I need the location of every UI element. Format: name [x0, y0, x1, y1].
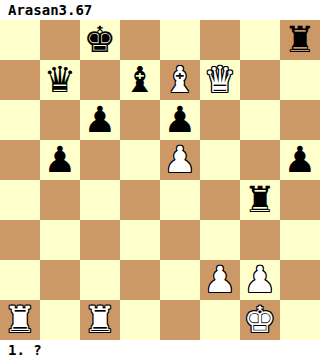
square-g1[interactable]: ♚︎	[240, 300, 280, 340]
piece-bP-e6[interactable]: ♟︎	[164, 100, 196, 140]
square-e4[interactable]	[160, 180, 200, 220]
square-c1[interactable]: ♜︎	[80, 300, 120, 340]
square-h5[interactable]: ♟︎	[280, 140, 320, 180]
square-b7[interactable]: ♛︎	[40, 60, 80, 100]
piece-bK-c8[interactable]: ♚︎	[84, 20, 116, 60]
square-e6[interactable]: ♟︎	[160, 100, 200, 140]
square-a7[interactable]	[0, 60, 40, 100]
square-c7[interactable]	[80, 60, 120, 100]
square-d6[interactable]	[120, 100, 160, 140]
square-g5[interactable]	[240, 140, 280, 180]
piece-wB-e7[interactable]: ♝︎	[164, 60, 196, 100]
piece-wQ-f7[interactable]: ♛︎	[204, 60, 236, 100]
square-a4[interactable]	[0, 180, 40, 220]
xboard-window: Arasan3.67 ♚︎♜︎♛︎♝︎♝︎♛︎♟︎♟︎♟︎♟︎♟︎♜︎♟︎♟︎♜…	[0, 0, 320, 360]
piece-wP-e5[interactable]: ♟︎	[164, 140, 196, 180]
square-d4[interactable]	[120, 180, 160, 220]
square-d2[interactable]	[120, 260, 160, 300]
square-f3[interactable]	[200, 220, 240, 260]
square-d5[interactable]	[120, 140, 160, 180]
square-h3[interactable]	[280, 220, 320, 260]
square-g7[interactable]	[240, 60, 280, 100]
square-g3[interactable]	[240, 220, 280, 260]
square-h7[interactable]	[280, 60, 320, 100]
piece-wP-g2[interactable]: ♟︎	[244, 260, 276, 300]
square-c3[interactable]	[80, 220, 120, 260]
square-f6[interactable]	[200, 100, 240, 140]
square-f5[interactable]	[200, 140, 240, 180]
window-title: Arasan3.67	[0, 0, 320, 20]
square-b8[interactable]	[40, 20, 80, 60]
square-d8[interactable]	[120, 20, 160, 60]
square-a3[interactable]	[0, 220, 40, 260]
piece-wP-f2[interactable]: ♟︎	[204, 260, 236, 300]
square-h8[interactable]: ♜︎	[280, 20, 320, 60]
square-e1[interactable]	[160, 300, 200, 340]
square-b2[interactable]	[40, 260, 80, 300]
piece-wK-g1[interactable]: ♚︎	[244, 300, 276, 340]
piece-wR-a1[interactable]: ♜︎	[4, 300, 36, 340]
square-f1[interactable]	[200, 300, 240, 340]
square-h1[interactable]	[280, 300, 320, 340]
square-b1[interactable]	[40, 300, 80, 340]
square-c6[interactable]: ♟︎	[80, 100, 120, 140]
piece-bR-g4[interactable]: ♜︎	[244, 180, 276, 220]
square-h2[interactable]	[280, 260, 320, 300]
square-b3[interactable]	[40, 220, 80, 260]
square-a1[interactable]: ♜︎	[0, 300, 40, 340]
square-f7[interactable]: ♛︎	[200, 60, 240, 100]
piece-bP-b5[interactable]: ♟︎	[44, 140, 76, 180]
square-c2[interactable]	[80, 260, 120, 300]
square-a6[interactable]	[0, 100, 40, 140]
square-e3[interactable]	[160, 220, 200, 260]
square-f2[interactable]: ♟︎	[200, 260, 240, 300]
square-a2[interactable]	[0, 260, 40, 300]
square-g2[interactable]: ♟︎	[240, 260, 280, 300]
square-b6[interactable]	[40, 100, 80, 140]
square-b5[interactable]: ♟︎	[40, 140, 80, 180]
square-h6[interactable]	[280, 100, 320, 140]
square-a8[interactable]	[0, 20, 40, 60]
square-f8[interactable]	[200, 20, 240, 60]
square-e7[interactable]: ♝︎	[160, 60, 200, 100]
square-g6[interactable]	[240, 100, 280, 140]
piece-bP-h5[interactable]: ♟︎	[284, 140, 316, 180]
square-e8[interactable]	[160, 20, 200, 60]
square-c4[interactable]	[80, 180, 120, 220]
square-e2[interactable]	[160, 260, 200, 300]
square-f4[interactable]	[200, 180, 240, 220]
piece-bR-h8[interactable]: ♜︎	[284, 20, 316, 60]
square-g4[interactable]: ♜︎	[240, 180, 280, 220]
chess-board[interactable]: ♚︎♜︎♛︎♝︎♝︎♛︎♟︎♟︎♟︎♟︎♟︎♜︎♟︎♟︎♜︎♜︎♚︎	[0, 20, 320, 340]
move-prompt: 1. ?	[0, 340, 320, 360]
square-c8[interactable]: ♚︎	[80, 20, 120, 60]
square-d1[interactable]	[120, 300, 160, 340]
piece-bB-d7[interactable]: ♝︎	[124, 60, 156, 100]
square-d3[interactable]	[120, 220, 160, 260]
piece-bQ-b7[interactable]: ♛︎	[44, 60, 76, 100]
square-a5[interactable]	[0, 140, 40, 180]
square-b4[interactable]	[40, 180, 80, 220]
square-e5[interactable]: ♟︎	[160, 140, 200, 180]
square-h4[interactable]	[280, 180, 320, 220]
square-d7[interactable]: ♝︎	[120, 60, 160, 100]
square-g8[interactable]	[240, 20, 280, 60]
piece-wR-c1[interactable]: ♜︎	[84, 300, 116, 340]
piece-bP-c6[interactable]: ♟︎	[84, 100, 116, 140]
square-c5[interactable]	[80, 140, 120, 180]
